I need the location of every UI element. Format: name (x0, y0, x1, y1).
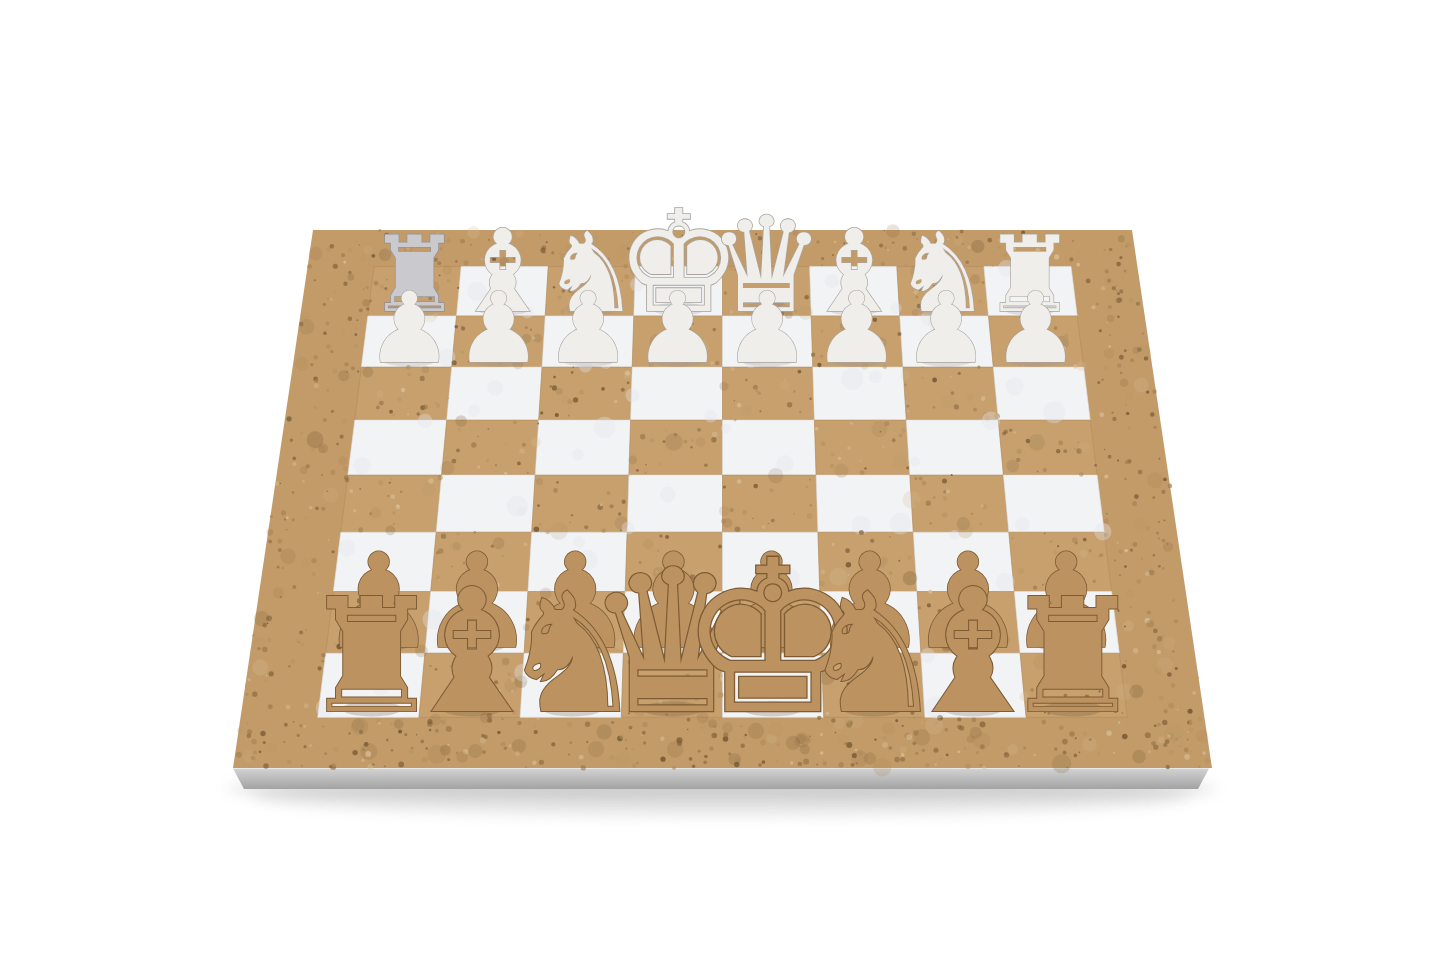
piece-white-pawn-d2[interactable]: ♟ (723, 271, 811, 385)
chess-board-svg: ♜♝♞♚♛♝♞♜♟♟♟♟♟♟♟♟♟♟♟♟♟♟♟♟♜♝♞♛♚♞♝♜ (0, 0, 1445, 965)
piece-white-pawn-b2[interactable]: ♟ (902, 271, 990, 385)
piece-row-8: ♜♝♞♛♚♞♝♜ (301, 515, 1144, 761)
square-f5[interactable] (532, 475, 629, 532)
photo-backdrop: ♜♝♞♚♛♝♞♜♟♟♟♟♟♟♟♟♟♟♟♟♟♟♟♟♜♝♞♛♚♞♝♜ (0, 0, 1445, 965)
piece-white-pawn-g2[interactable]: ♟ (455, 271, 543, 385)
piece-brown-rook-a8[interactable]: ♜ (1002, 564, 1144, 748)
piece-row-2: ♟♟♟♟♟♟♟♟ (365, 271, 1079, 385)
square-f4[interactable] (535, 420, 630, 475)
piece-white-pawn-e2[interactable]: ♟ (634, 271, 722, 385)
square-g4[interactable] (442, 420, 539, 475)
piece-white-pawn-c2[interactable]: ♟ (813, 271, 901, 385)
piece-white-pawn-f2[interactable]: ♟ (544, 271, 632, 385)
piece-white-pawn-h2[interactable]: ♟ (365, 271, 453, 385)
square-d4[interactable] (723, 420, 817, 475)
piece-white-pawn-a2[interactable]: ♟ (992, 271, 1080, 385)
